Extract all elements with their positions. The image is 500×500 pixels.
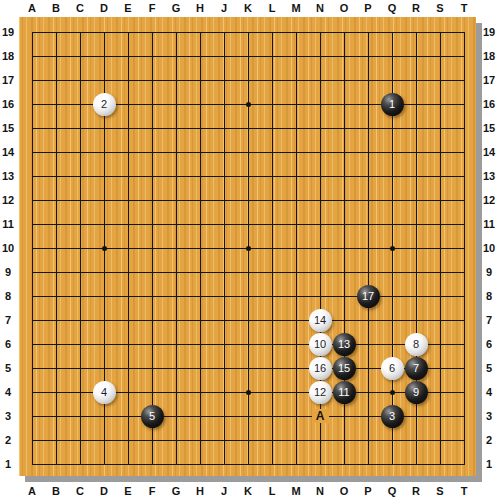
intersection-A4[interactable] xyxy=(20,380,44,404)
intersection-B19[interactable] xyxy=(44,20,68,44)
intersection-J13[interactable] xyxy=(212,164,236,188)
intersection-P16[interactable] xyxy=(356,92,380,116)
intersection-L12[interactable] xyxy=(260,188,284,212)
intersection-O2[interactable] xyxy=(332,428,356,452)
intersection-A17[interactable] xyxy=(20,68,44,92)
intersection-H1[interactable] xyxy=(188,452,212,476)
intersection-E14[interactable] xyxy=(116,140,140,164)
intersection-F6[interactable] xyxy=(140,332,164,356)
intersection-Q17[interactable] xyxy=(380,68,404,92)
intersection-T9[interactable] xyxy=(452,260,476,284)
intersection-A7[interactable] xyxy=(20,308,44,332)
intersection-O14[interactable] xyxy=(332,140,356,164)
intersection-F19[interactable] xyxy=(140,20,164,44)
intersection-R1[interactable] xyxy=(404,452,428,476)
intersection-A15[interactable] xyxy=(20,116,44,140)
intersection-D3[interactable] xyxy=(92,404,116,428)
intersection-J9[interactable] xyxy=(212,260,236,284)
intersection-G18[interactable] xyxy=(164,44,188,68)
intersection-S9[interactable] xyxy=(428,260,452,284)
intersection-Q4[interactable] xyxy=(380,380,404,404)
intersection-K6[interactable] xyxy=(236,332,260,356)
intersection-M15[interactable] xyxy=(284,116,308,140)
intersection-R12[interactable] xyxy=(404,188,428,212)
intersection-T14[interactable] xyxy=(452,140,476,164)
intersection-T6[interactable] xyxy=(452,332,476,356)
intersection-P1[interactable] xyxy=(356,452,380,476)
intersection-D14[interactable] xyxy=(92,140,116,164)
intersection-S1[interactable] xyxy=(428,452,452,476)
intersection-G12[interactable] xyxy=(164,188,188,212)
intersection-E16[interactable] xyxy=(116,92,140,116)
intersection-A11[interactable] xyxy=(20,212,44,236)
intersection-L4[interactable] xyxy=(260,380,284,404)
intersection-F1[interactable] xyxy=(140,452,164,476)
intersection-R10[interactable] xyxy=(404,236,428,260)
intersection-K9[interactable] xyxy=(236,260,260,284)
intersection-H2[interactable] xyxy=(188,428,212,452)
intersection-R9[interactable] xyxy=(404,260,428,284)
intersection-P7[interactable] xyxy=(356,308,380,332)
intersection-J2[interactable] xyxy=(212,428,236,452)
intersection-C15[interactable] xyxy=(68,116,92,140)
intersection-Q3[interactable]: 3 xyxy=(380,404,404,428)
intersection-A16[interactable] xyxy=(20,92,44,116)
intersection-K5[interactable] xyxy=(236,356,260,380)
intersection-F17[interactable] xyxy=(140,68,164,92)
intersection-M1[interactable] xyxy=(284,452,308,476)
intersection-N5[interactable]: 16 xyxy=(308,356,332,380)
intersection-G3[interactable] xyxy=(164,404,188,428)
intersection-D4[interactable]: 4 xyxy=(92,380,116,404)
intersection-G11[interactable] xyxy=(164,212,188,236)
intersection-F13[interactable] xyxy=(140,164,164,188)
intersection-H17[interactable] xyxy=(188,68,212,92)
intersection-E3[interactable] xyxy=(116,404,140,428)
intersection-K16[interactable] xyxy=(236,92,260,116)
intersection-J19[interactable] xyxy=(212,20,236,44)
intersection-G2[interactable] xyxy=(164,428,188,452)
intersection-J7[interactable] xyxy=(212,308,236,332)
intersection-B17[interactable] xyxy=(44,68,68,92)
intersection-G7[interactable] xyxy=(164,308,188,332)
intersection-H16[interactable] xyxy=(188,92,212,116)
intersection-Q12[interactable] xyxy=(380,188,404,212)
intersection-N19[interactable] xyxy=(308,20,332,44)
intersection-O16[interactable] xyxy=(332,92,356,116)
intersection-G15[interactable] xyxy=(164,116,188,140)
intersection-R3[interactable] xyxy=(404,404,428,428)
intersection-M9[interactable] xyxy=(284,260,308,284)
intersection-S19[interactable] xyxy=(428,20,452,44)
intersection-O15[interactable] xyxy=(332,116,356,140)
intersection-S6[interactable] xyxy=(428,332,452,356)
intersection-K12[interactable] xyxy=(236,188,260,212)
intersection-C8[interactable] xyxy=(68,284,92,308)
intersection-G10[interactable] xyxy=(164,236,188,260)
intersection-D9[interactable] xyxy=(92,260,116,284)
intersection-R13[interactable] xyxy=(404,164,428,188)
intersection-K1[interactable] xyxy=(236,452,260,476)
intersection-S2[interactable] xyxy=(428,428,452,452)
intersection-B11[interactable] xyxy=(44,212,68,236)
intersection-C16[interactable] xyxy=(68,92,92,116)
intersection-T16[interactable] xyxy=(452,92,476,116)
intersection-O12[interactable] xyxy=(332,188,356,212)
intersection-P13[interactable] xyxy=(356,164,380,188)
intersection-L13[interactable] xyxy=(260,164,284,188)
intersection-A2[interactable] xyxy=(20,428,44,452)
intersection-C5[interactable] xyxy=(68,356,92,380)
intersection-D17[interactable] xyxy=(92,68,116,92)
intersection-N14[interactable] xyxy=(308,140,332,164)
intersection-C3[interactable] xyxy=(68,404,92,428)
intersection-G14[interactable] xyxy=(164,140,188,164)
intersection-H19[interactable] xyxy=(188,20,212,44)
intersection-C2[interactable] xyxy=(68,428,92,452)
intersection-B6[interactable] xyxy=(44,332,68,356)
intersection-P19[interactable] xyxy=(356,20,380,44)
intersection-A1[interactable] xyxy=(20,452,44,476)
intersection-F10[interactable] xyxy=(140,236,164,260)
intersection-N13[interactable] xyxy=(308,164,332,188)
intersection-Q15[interactable] xyxy=(380,116,404,140)
intersection-F9[interactable] xyxy=(140,260,164,284)
intersection-A9[interactable] xyxy=(20,260,44,284)
intersection-B10[interactable] xyxy=(44,236,68,260)
intersection-J14[interactable] xyxy=(212,140,236,164)
intersection-C1[interactable] xyxy=(68,452,92,476)
intersection-S5[interactable] xyxy=(428,356,452,380)
intersection-B1[interactable] xyxy=(44,452,68,476)
intersection-S15[interactable] xyxy=(428,116,452,140)
intersection-P4[interactable] xyxy=(356,380,380,404)
intersection-O8[interactable] xyxy=(332,284,356,308)
intersection-G1[interactable] xyxy=(164,452,188,476)
intersection-L14[interactable] xyxy=(260,140,284,164)
intersection-T13[interactable] xyxy=(452,164,476,188)
intersection-L3[interactable] xyxy=(260,404,284,428)
intersection-S14[interactable] xyxy=(428,140,452,164)
intersection-B2[interactable] xyxy=(44,428,68,452)
intersection-T8[interactable] xyxy=(452,284,476,308)
intersection-L6[interactable] xyxy=(260,332,284,356)
intersection-L8[interactable] xyxy=(260,284,284,308)
intersection-E4[interactable] xyxy=(116,380,140,404)
intersection-E13[interactable] xyxy=(116,164,140,188)
intersection-J11[interactable] xyxy=(212,212,236,236)
intersection-J4[interactable] xyxy=(212,380,236,404)
intersection-N18[interactable] xyxy=(308,44,332,68)
intersection-C9[interactable] xyxy=(68,260,92,284)
intersection-B9[interactable] xyxy=(44,260,68,284)
intersection-F15[interactable] xyxy=(140,116,164,140)
intersection-N4[interactable]: 12 xyxy=(308,380,332,404)
intersection-O3[interactable] xyxy=(332,404,356,428)
intersection-E17[interactable] xyxy=(116,68,140,92)
intersection-F16[interactable] xyxy=(140,92,164,116)
intersection-R7[interactable] xyxy=(404,308,428,332)
intersection-K15[interactable] xyxy=(236,116,260,140)
intersection-A14[interactable] xyxy=(20,140,44,164)
intersection-H4[interactable] xyxy=(188,380,212,404)
intersection-D5[interactable] xyxy=(92,356,116,380)
intersection-T17[interactable] xyxy=(452,68,476,92)
intersection-D18[interactable] xyxy=(92,44,116,68)
intersection-O13[interactable] xyxy=(332,164,356,188)
intersection-E8[interactable] xyxy=(116,284,140,308)
intersection-H9[interactable] xyxy=(188,260,212,284)
intersection-P9[interactable] xyxy=(356,260,380,284)
intersection-H6[interactable] xyxy=(188,332,212,356)
intersection-B8[interactable] xyxy=(44,284,68,308)
intersection-D15[interactable] xyxy=(92,116,116,140)
intersection-J16[interactable] xyxy=(212,92,236,116)
intersection-E11[interactable] xyxy=(116,212,140,236)
intersection-C14[interactable] xyxy=(68,140,92,164)
intersection-M18[interactable] xyxy=(284,44,308,68)
intersection-M2[interactable] xyxy=(284,428,308,452)
intersection-D2[interactable] xyxy=(92,428,116,452)
intersection-A19[interactable] xyxy=(20,20,44,44)
intersection-E6[interactable] xyxy=(116,332,140,356)
intersection-K7[interactable] xyxy=(236,308,260,332)
intersection-R6[interactable]: 8 xyxy=(404,332,428,356)
intersection-R4[interactable]: 9 xyxy=(404,380,428,404)
intersection-N15[interactable] xyxy=(308,116,332,140)
intersection-T3[interactable] xyxy=(452,404,476,428)
intersection-C11[interactable] xyxy=(68,212,92,236)
intersection-B15[interactable] xyxy=(44,116,68,140)
intersection-M5[interactable] xyxy=(284,356,308,380)
intersection-N9[interactable] xyxy=(308,260,332,284)
intersection-C13[interactable] xyxy=(68,164,92,188)
intersection-E2[interactable] xyxy=(116,428,140,452)
intersection-H3[interactable] xyxy=(188,404,212,428)
intersection-J10[interactable] xyxy=(212,236,236,260)
intersection-Q10[interactable] xyxy=(380,236,404,260)
intersection-C7[interactable] xyxy=(68,308,92,332)
intersection-N6[interactable]: 10 xyxy=(308,332,332,356)
intersection-N2[interactable] xyxy=(308,428,332,452)
intersection-Q9[interactable] xyxy=(380,260,404,284)
intersection-A8[interactable] xyxy=(20,284,44,308)
intersection-O6[interactable]: 13 xyxy=(332,332,356,356)
intersection-F14[interactable] xyxy=(140,140,164,164)
intersection-B14[interactable] xyxy=(44,140,68,164)
intersection-P14[interactable] xyxy=(356,140,380,164)
intersection-D8[interactable] xyxy=(92,284,116,308)
intersection-O4[interactable]: 11 xyxy=(332,380,356,404)
intersection-L11[interactable] xyxy=(260,212,284,236)
intersection-Q6[interactable] xyxy=(380,332,404,356)
intersection-D13[interactable] xyxy=(92,164,116,188)
intersection-K4[interactable] xyxy=(236,380,260,404)
intersection-G16[interactable] xyxy=(164,92,188,116)
intersection-H12[interactable] xyxy=(188,188,212,212)
intersection-G4[interactable] xyxy=(164,380,188,404)
intersection-T10[interactable] xyxy=(452,236,476,260)
intersection-Q19[interactable] xyxy=(380,20,404,44)
intersection-Q16[interactable]: 1 xyxy=(380,92,404,116)
intersection-J1[interactable] xyxy=(212,452,236,476)
intersection-Q1[interactable] xyxy=(380,452,404,476)
intersection-S3[interactable] xyxy=(428,404,452,428)
intersection-O18[interactable] xyxy=(332,44,356,68)
intersection-M14[interactable] xyxy=(284,140,308,164)
intersection-C17[interactable] xyxy=(68,68,92,92)
intersection-Q5[interactable]: 6 xyxy=(380,356,404,380)
intersection-J17[interactable] xyxy=(212,68,236,92)
intersection-K13[interactable] xyxy=(236,164,260,188)
intersection-O1[interactable] xyxy=(332,452,356,476)
intersection-H7[interactable] xyxy=(188,308,212,332)
intersection-L1[interactable] xyxy=(260,452,284,476)
intersection-O19[interactable] xyxy=(332,20,356,44)
intersection-M17[interactable] xyxy=(284,68,308,92)
intersection-C18[interactable] xyxy=(68,44,92,68)
intersection-O11[interactable] xyxy=(332,212,356,236)
intersection-E15[interactable] xyxy=(116,116,140,140)
intersection-M3[interactable] xyxy=(284,404,308,428)
intersection-F8[interactable] xyxy=(140,284,164,308)
intersection-T2[interactable] xyxy=(452,428,476,452)
intersection-N11[interactable] xyxy=(308,212,332,236)
intersection-J18[interactable] xyxy=(212,44,236,68)
intersection-A3[interactable] xyxy=(20,404,44,428)
intersection-R5[interactable]: 7 xyxy=(404,356,428,380)
intersection-S13[interactable] xyxy=(428,164,452,188)
intersection-B18[interactable] xyxy=(44,44,68,68)
intersection-S7[interactable] xyxy=(428,308,452,332)
intersection-M19[interactable] xyxy=(284,20,308,44)
intersection-R8[interactable] xyxy=(404,284,428,308)
intersection-T19[interactable] xyxy=(452,20,476,44)
intersection-C4[interactable] xyxy=(68,380,92,404)
intersection-N12[interactable] xyxy=(308,188,332,212)
intersection-Q7[interactable] xyxy=(380,308,404,332)
intersection-R11[interactable] xyxy=(404,212,428,236)
intersection-M4[interactable] xyxy=(284,380,308,404)
intersection-M16[interactable] xyxy=(284,92,308,116)
intersection-S8[interactable] xyxy=(428,284,452,308)
intersection-F3[interactable]: 5 xyxy=(140,404,164,428)
intersection-T18[interactable] xyxy=(452,44,476,68)
intersection-M6[interactable] xyxy=(284,332,308,356)
intersection-M11[interactable] xyxy=(284,212,308,236)
intersection-N7[interactable]: 14 xyxy=(308,308,332,332)
intersection-P3[interactable] xyxy=(356,404,380,428)
intersection-B3[interactable] xyxy=(44,404,68,428)
intersection-D7[interactable] xyxy=(92,308,116,332)
intersection-H18[interactable] xyxy=(188,44,212,68)
intersection-P2[interactable] xyxy=(356,428,380,452)
intersection-E9[interactable] xyxy=(116,260,140,284)
intersection-R17[interactable] xyxy=(404,68,428,92)
intersection-E1[interactable] xyxy=(116,452,140,476)
intersection-N17[interactable] xyxy=(308,68,332,92)
intersection-T5[interactable] xyxy=(452,356,476,380)
intersection-N1[interactable] xyxy=(308,452,332,476)
intersection-A13[interactable] xyxy=(20,164,44,188)
intersection-G5[interactable] xyxy=(164,356,188,380)
intersection-S18[interactable] xyxy=(428,44,452,68)
intersection-H10[interactable] xyxy=(188,236,212,260)
intersection-K17[interactable] xyxy=(236,68,260,92)
intersection-T1[interactable] xyxy=(452,452,476,476)
intersection-N3[interactable]: A xyxy=(308,404,332,428)
intersection-H15[interactable] xyxy=(188,116,212,140)
intersection-P10[interactable] xyxy=(356,236,380,260)
intersection-T11[interactable] xyxy=(452,212,476,236)
intersection-N8[interactable] xyxy=(308,284,332,308)
intersection-K2[interactable] xyxy=(236,428,260,452)
intersection-J3[interactable] xyxy=(212,404,236,428)
intersection-B12[interactable] xyxy=(44,188,68,212)
intersection-N10[interactable] xyxy=(308,236,332,260)
intersection-Q18[interactable] xyxy=(380,44,404,68)
intersection-T12[interactable] xyxy=(452,188,476,212)
intersection-F5[interactable] xyxy=(140,356,164,380)
intersection-E10[interactable] xyxy=(116,236,140,260)
intersection-S17[interactable] xyxy=(428,68,452,92)
intersection-C19[interactable] xyxy=(68,20,92,44)
intersection-B4[interactable] xyxy=(44,380,68,404)
intersection-D11[interactable] xyxy=(92,212,116,236)
intersection-B7[interactable] xyxy=(44,308,68,332)
intersection-K10[interactable] xyxy=(236,236,260,260)
intersection-L7[interactable] xyxy=(260,308,284,332)
intersection-T4[interactable] xyxy=(452,380,476,404)
intersection-L5[interactable] xyxy=(260,356,284,380)
intersection-K11[interactable] xyxy=(236,212,260,236)
intersection-R19[interactable] xyxy=(404,20,428,44)
intersection-L9[interactable] xyxy=(260,260,284,284)
intersection-M13[interactable] xyxy=(284,164,308,188)
intersection-B5[interactable] xyxy=(44,356,68,380)
intersection-L15[interactable] xyxy=(260,116,284,140)
intersection-R2[interactable] xyxy=(404,428,428,452)
intersection-K18[interactable] xyxy=(236,44,260,68)
intersection-P17[interactable] xyxy=(356,68,380,92)
intersection-F7[interactable] xyxy=(140,308,164,332)
intersection-S10[interactable] xyxy=(428,236,452,260)
intersection-M8[interactable] xyxy=(284,284,308,308)
intersection-G17[interactable] xyxy=(164,68,188,92)
intersection-E7[interactable] xyxy=(116,308,140,332)
intersection-H14[interactable] xyxy=(188,140,212,164)
intersection-S11[interactable] xyxy=(428,212,452,236)
intersection-D6[interactable] xyxy=(92,332,116,356)
intersection-G19[interactable] xyxy=(164,20,188,44)
intersection-S16[interactable] xyxy=(428,92,452,116)
intersection-H13[interactable] xyxy=(188,164,212,188)
intersection-L2[interactable] xyxy=(260,428,284,452)
intersection-H8[interactable] xyxy=(188,284,212,308)
intersection-T7[interactable] xyxy=(452,308,476,332)
intersection-B13[interactable] xyxy=(44,164,68,188)
intersection-Q14[interactable] xyxy=(380,140,404,164)
intersection-A12[interactable] xyxy=(20,188,44,212)
intersection-P8[interactable]: 17 xyxy=(356,284,380,308)
intersection-P15[interactable] xyxy=(356,116,380,140)
intersection-A6[interactable] xyxy=(20,332,44,356)
intersection-F12[interactable] xyxy=(140,188,164,212)
intersection-R18[interactable] xyxy=(404,44,428,68)
intersection-D1[interactable] xyxy=(92,452,116,476)
intersection-D12[interactable] xyxy=(92,188,116,212)
intersection-Q8[interactable] xyxy=(380,284,404,308)
